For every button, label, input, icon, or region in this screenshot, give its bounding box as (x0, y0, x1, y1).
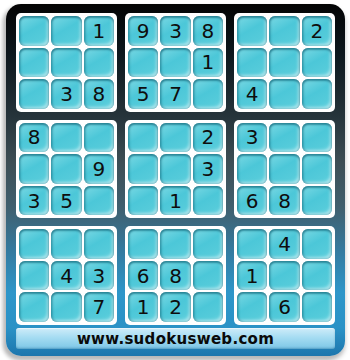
cell-r2c9[interactable] (302, 48, 332, 78)
cell-r6c3[interactable] (84, 186, 114, 216)
footer-url[interactable]: www.sudokusweb.com (77, 330, 274, 348)
cell-r5c7[interactable] (237, 154, 267, 184)
cell-r3c8[interactable] (269, 79, 299, 109)
cell-r6c5[interactable]: 1 (160, 186, 190, 216)
cell-r9c3[interactable]: 7 (84, 292, 114, 322)
cell-r2c1[interactable] (19, 48, 49, 78)
box-2-2: 231 (125, 120, 226, 219)
cell-r2c8[interactable] (269, 48, 299, 78)
cell-r5c4[interactable] (128, 154, 158, 184)
cell-r3c2[interactable]: 3 (51, 79, 81, 109)
cell-r4c3[interactable] (84, 123, 114, 153)
cell-r7c2[interactable] (51, 229, 81, 259)
cell-r3c4[interactable]: 5 (128, 79, 158, 109)
cell-r4c8[interactable] (269, 123, 299, 153)
cell-r9c4[interactable]: 1 (128, 292, 158, 322)
cell-r7c7[interactable] (237, 229, 267, 259)
cell-r3c7[interactable]: 4 (237, 79, 267, 109)
cell-r6c7[interactable]: 6 (237, 186, 267, 216)
cell-r2c2[interactable] (51, 48, 81, 78)
cell-r7c9[interactable] (302, 229, 332, 259)
cell-r1c6[interactable]: 8 (193, 16, 223, 46)
cell-r7c5[interactable] (160, 229, 190, 259)
cell-r2c4[interactable] (128, 48, 158, 78)
cell-r8c1[interactable] (19, 261, 49, 291)
cell-r8c9[interactable] (302, 261, 332, 291)
cell-r4c4[interactable] (128, 123, 158, 153)
cell-r9c6[interactable] (193, 292, 223, 322)
cell-r7c3[interactable] (84, 229, 114, 259)
cell-r1c1[interactable] (19, 16, 49, 46)
cell-r2c5[interactable] (160, 48, 190, 78)
cell-r8c8[interactable] (269, 261, 299, 291)
box-1-1: 138 (16, 13, 117, 112)
page: { "game": "sudoku", "position": "0019380… (0, 0, 350, 360)
cell-r1c4[interactable]: 9 (128, 16, 158, 46)
cell-r4c5[interactable] (160, 123, 190, 153)
cell-r3c9[interactable] (302, 79, 332, 109)
box-1-2: 938157 (125, 13, 226, 112)
footer-band: www.sudokusweb.com (16, 328, 335, 349)
cell-r8c7[interactable]: 1 (237, 261, 267, 291)
cell-r7c8[interactable]: 4 (269, 229, 299, 259)
cell-r4c1[interactable]: 8 (19, 123, 49, 153)
cell-r6c2[interactable]: 5 (51, 186, 81, 216)
cell-r9c8[interactable]: 6 (269, 292, 299, 322)
cell-r5c5[interactable] (160, 154, 190, 184)
cell-r1c3[interactable]: 1 (84, 16, 114, 46)
cell-r5c8[interactable] (269, 154, 299, 184)
cell-r8c4[interactable]: 6 (128, 261, 158, 291)
cell-r1c9[interactable]: 2 (302, 16, 332, 46)
sudoku-frame: 1389381572489352313684376812416 www.sudo… (6, 4, 345, 356)
box-3-3: 416 (234, 226, 335, 325)
cell-r2c3[interactable] (84, 48, 114, 78)
cell-r4c7[interactable]: 3 (237, 123, 267, 153)
cell-r3c6[interactable] (193, 79, 223, 109)
cell-r6c4[interactable] (128, 186, 158, 216)
cell-r1c2[interactable] (51, 16, 81, 46)
box-3-1: 437 (16, 226, 117, 325)
cell-r9c2[interactable] (51, 292, 81, 322)
cell-r4c9[interactable] (302, 123, 332, 153)
cell-r3c5[interactable]: 7 (160, 79, 190, 109)
box-2-1: 8935 (16, 120, 117, 219)
cell-r4c6[interactable]: 2 (193, 123, 223, 153)
cell-r1c8[interactable] (269, 16, 299, 46)
cell-r6c6[interactable] (193, 186, 223, 216)
sudoku-board: 1389381572489352313684376812416 (16, 13, 335, 325)
box-1-3: 24 (234, 13, 335, 112)
cell-r3c3[interactable]: 8 (84, 79, 114, 109)
cell-r7c1[interactable] (19, 229, 49, 259)
cell-r5c6[interactable]: 3 (193, 154, 223, 184)
cell-r1c7[interactable] (237, 16, 267, 46)
cell-r6c1[interactable]: 3 (19, 186, 49, 216)
cell-r5c2[interactable] (51, 154, 81, 184)
cell-r7c6[interactable] (193, 229, 223, 259)
cell-r3c1[interactable] (19, 79, 49, 109)
cell-r6c9[interactable] (302, 186, 332, 216)
cell-r8c3[interactable]: 3 (84, 261, 114, 291)
cell-r8c6[interactable] (193, 261, 223, 291)
cell-r9c1[interactable] (19, 292, 49, 322)
cell-r5c9[interactable] (302, 154, 332, 184)
cell-r8c2[interactable]: 4 (51, 261, 81, 291)
cell-r9c9[interactable] (302, 292, 332, 322)
cell-r8c5[interactable]: 8 (160, 261, 190, 291)
cell-r7c4[interactable] (128, 229, 158, 259)
box-2-3: 368 (234, 120, 335, 219)
box-3-2: 6812 (125, 226, 226, 325)
cell-r6c8[interactable]: 8 (269, 186, 299, 216)
cell-r1c5[interactable]: 3 (160, 16, 190, 46)
cell-r2c6[interactable]: 1 (193, 48, 223, 78)
cell-r9c7[interactable] (237, 292, 267, 322)
cell-r2c7[interactable] (237, 48, 267, 78)
cell-r4c2[interactable] (51, 123, 81, 153)
cell-r9c5[interactable]: 2 (160, 292, 190, 322)
cell-r5c1[interactable] (19, 154, 49, 184)
cell-r5c3[interactable]: 9 (84, 154, 114, 184)
